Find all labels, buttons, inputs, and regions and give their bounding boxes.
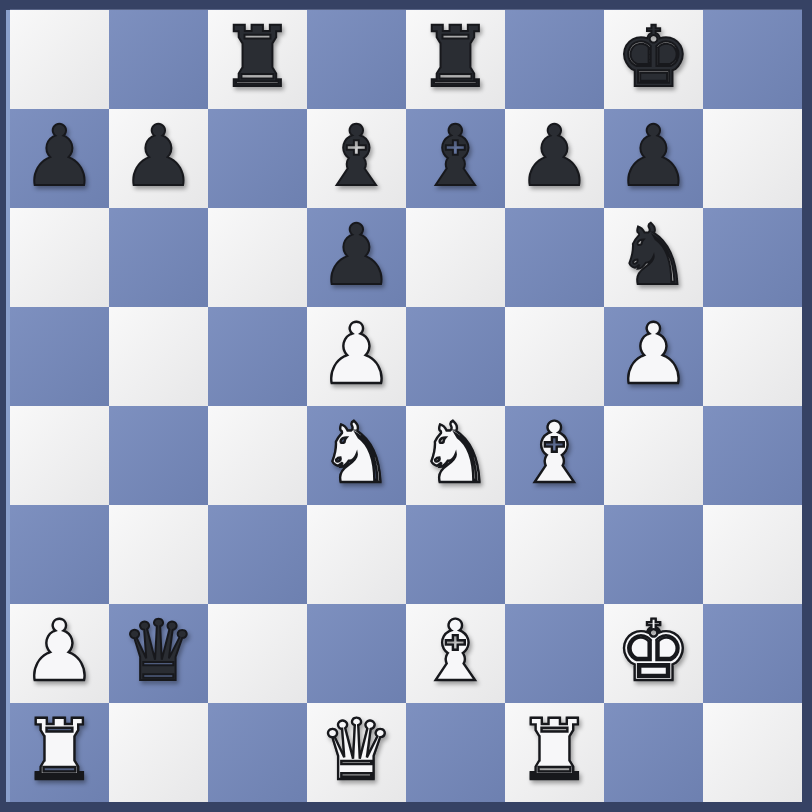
black-pawn[interactable]: ♟ — [319, 213, 394, 297]
square-d8[interactable] — [307, 10, 406, 109]
square-f1[interactable]: ♜ — [505, 703, 604, 802]
square-c1[interactable] — [208, 703, 307, 802]
square-a1[interactable]: ♜ — [10, 703, 109, 802]
square-f6[interactable] — [505, 208, 604, 307]
square-c7[interactable] — [208, 109, 307, 208]
black-pawn[interactable]: ♟ — [22, 114, 97, 198]
square-a7[interactable]: ♟ — [10, 109, 109, 208]
square-c5[interactable] — [208, 307, 307, 406]
black-pawn[interactable]: ♟ — [616, 114, 691, 198]
square-a6[interactable] — [10, 208, 109, 307]
square-h1[interactable] — [703, 703, 802, 802]
black-bishop[interactable]: ♝ — [418, 114, 493, 198]
black-knight[interactable]: ♞ — [616, 213, 691, 297]
square-b5[interactable] — [109, 307, 208, 406]
square-g4[interactable] — [604, 406, 703, 505]
square-b3[interactable] — [109, 505, 208, 604]
square-a5[interactable] — [10, 307, 109, 406]
square-e4[interactable]: ♞ — [406, 406, 505, 505]
square-a2[interactable]: ♟ — [10, 604, 109, 703]
white-rook[interactable]: ♜ — [22, 708, 97, 792]
square-b6[interactable] — [109, 208, 208, 307]
square-f7[interactable]: ♟ — [505, 109, 604, 208]
square-b2[interactable]: ♛ — [109, 604, 208, 703]
square-a4[interactable] — [10, 406, 109, 505]
square-f5[interactable] — [505, 307, 604, 406]
square-f3[interactable] — [505, 505, 604, 604]
square-b4[interactable] — [109, 406, 208, 505]
square-g8[interactable]: ♚ — [604, 10, 703, 109]
square-h4[interactable] — [703, 406, 802, 505]
black-bishop[interactable]: ♝ — [319, 114, 394, 198]
black-pawn[interactable]: ♟ — [121, 114, 196, 198]
white-bishop[interactable]: ♝ — [517, 411, 592, 495]
square-g6[interactable]: ♞ — [604, 208, 703, 307]
white-pawn[interactable]: ♟ — [22, 609, 97, 693]
white-knight[interactable]: ♞ — [319, 411, 394, 495]
square-e3[interactable] — [406, 505, 505, 604]
square-h5[interactable] — [703, 307, 802, 406]
square-c4[interactable] — [208, 406, 307, 505]
square-f2[interactable] — [505, 604, 604, 703]
square-h6[interactable] — [703, 208, 802, 307]
square-d5[interactable]: ♟ — [307, 307, 406, 406]
square-c6[interactable] — [208, 208, 307, 307]
black-rook[interactable]: ♜ — [220, 15, 295, 99]
square-g7[interactable]: ♟ — [604, 109, 703, 208]
square-d2[interactable] — [307, 604, 406, 703]
square-g1[interactable] — [604, 703, 703, 802]
square-c2[interactable] — [208, 604, 307, 703]
square-h2[interactable] — [703, 604, 802, 703]
square-e8[interactable]: ♜ — [406, 10, 505, 109]
square-d1[interactable]: ♛ — [307, 703, 406, 802]
square-h3[interactable] — [703, 505, 802, 604]
square-d6[interactable]: ♟ — [307, 208, 406, 307]
board-frame: ♜♜♚♟♟♝♝♟♟♟♞♟♟♞♞♝♟♛♝♚♜♛♜ — [0, 0, 812, 812]
square-b8[interactable] — [109, 10, 208, 109]
white-pawn[interactable]: ♟ — [616, 312, 691, 396]
square-a3[interactable] — [10, 505, 109, 604]
square-c8[interactable]: ♜ — [208, 10, 307, 109]
black-queen[interactable]: ♛ — [121, 609, 196, 693]
white-bishop[interactable]: ♝ — [418, 609, 493, 693]
black-king[interactable]: ♚ — [616, 15, 691, 99]
square-e7[interactable]: ♝ — [406, 109, 505, 208]
white-pawn[interactable]: ♟ — [319, 312, 394, 396]
square-f4[interactable]: ♝ — [505, 406, 604, 505]
white-queen[interactable]: ♛ — [319, 708, 394, 792]
black-pawn[interactable]: ♟ — [517, 114, 592, 198]
black-rook[interactable]: ♜ — [418, 15, 493, 99]
square-d4[interactable]: ♞ — [307, 406, 406, 505]
square-c3[interactable] — [208, 505, 307, 604]
square-h8[interactable] — [703, 10, 802, 109]
square-g5[interactable]: ♟ — [604, 307, 703, 406]
square-b1[interactable] — [109, 703, 208, 802]
chess-board: ♜♜♚♟♟♝♝♟♟♟♞♟♟♞♞♝♟♛♝♚♜♛♜ — [10, 10, 802, 802]
square-e6[interactable] — [406, 208, 505, 307]
square-d3[interactable] — [307, 505, 406, 604]
white-rook[interactable]: ♜ — [517, 708, 592, 792]
square-e2[interactable]: ♝ — [406, 604, 505, 703]
square-b7[interactable]: ♟ — [109, 109, 208, 208]
square-f8[interactable] — [505, 10, 604, 109]
square-g2[interactable]: ♚ — [604, 604, 703, 703]
square-e1[interactable] — [406, 703, 505, 802]
square-e5[interactable] — [406, 307, 505, 406]
white-king[interactable]: ♚ — [616, 609, 691, 693]
square-g3[interactable] — [604, 505, 703, 604]
white-knight[interactable]: ♞ — [418, 411, 493, 495]
square-h7[interactable] — [703, 109, 802, 208]
square-d7[interactable]: ♝ — [307, 109, 406, 208]
square-a8[interactable] — [10, 10, 109, 109]
